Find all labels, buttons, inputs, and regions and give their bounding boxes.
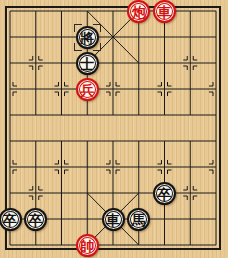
piece-glyph: 車 [158,5,172,19]
piece-black-advisor[interactable]: 士 [76,52,99,75]
piece-glyph: 將 [80,31,94,45]
piece-red-chariot[interactable]: 車 [153,0,176,23]
piece-glyph: 炮 [132,5,146,19]
piece-black-soldier-2[interactable]: 卒 [0,208,22,231]
piece-glyph: 兵 [80,83,94,97]
piece-red-cannon[interactable]: 炮 [127,0,150,23]
piece-glyph: 帥 [80,239,94,253]
piece-red-general[interactable]: 帥 [76,234,99,257]
piece-glyph: 馬 [132,213,146,227]
piece-glyph: 卒 [158,187,172,201]
piece-glyph: 士 [80,57,94,71]
piece-black-soldier-1[interactable]: 卒 [153,182,176,205]
piece-glyph: 卒 [29,213,43,227]
piece-glyph: 卒 [3,213,17,227]
piece-black-chariot[interactable]: 車 [102,208,125,231]
piece-red-soldier[interactable]: 兵 [76,78,99,101]
xiangqi-board[interactable]: 炮車將士兵卒卒卒車馬帥 [0,0,228,258]
piece-black-horse[interactable]: 馬 [127,208,150,231]
piece-black-soldier-3[interactable]: 卒 [24,208,47,231]
piece-glyph: 車 [106,213,120,227]
piece-black-general[interactable]: 將 [76,26,99,49]
